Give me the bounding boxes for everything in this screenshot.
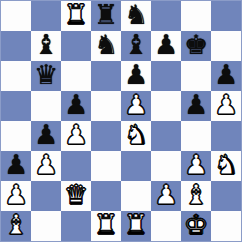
- square-a1[interactable]: ♝: [1, 211, 31, 241]
- square-f8[interactable]: [151, 1, 181, 31]
- square-c7[interactable]: [61, 31, 91, 61]
- square-d8[interactable]: ♜: [91, 1, 121, 31]
- piece-black-pawn[interactable]: ♟: [154, 31, 178, 60]
- chess-board-container: ♜♜♞♝♞♝♟♚♛♟♟♟♟♟♟♟♟♞♟♟♟♞♟♛♟♝♝♜♜♚: [0, 0, 242, 242]
- piece-white-rook[interactable]: ♜: [124, 211, 148, 240]
- piece-white-bishop[interactable]: ♝: [4, 211, 28, 240]
- square-a3[interactable]: ♟: [1, 151, 31, 181]
- square-f4[interactable]: [151, 121, 181, 151]
- piece-black-king[interactable]: ♚: [184, 31, 208, 60]
- piece-black-knight[interactable]: ♞: [94, 31, 118, 60]
- piece-white-king[interactable]: ♚: [184, 211, 208, 240]
- piece-white-bishop[interactable]: ♝: [184, 181, 208, 210]
- square-g8[interactable]: [181, 1, 211, 31]
- square-e6[interactable]: ♟: [121, 61, 151, 91]
- piece-black-pawn[interactable]: ♟: [214, 61, 238, 90]
- piece-white-pawn[interactable]: ♟: [154, 181, 178, 210]
- square-a5[interactable]: [1, 91, 31, 121]
- square-a4[interactable]: [1, 121, 31, 151]
- piece-white-pawn[interactable]: ♟: [4, 181, 28, 210]
- square-h2[interactable]: [211, 181, 241, 211]
- piece-white-queen[interactable]: ♛: [64, 181, 88, 210]
- square-e3[interactable]: [121, 151, 151, 181]
- square-h5[interactable]: ♟: [211, 91, 241, 121]
- piece-white-rook[interactable]: ♜: [94, 211, 118, 240]
- square-b7[interactable]: ♝: [31, 31, 61, 61]
- piece-black-queen[interactable]: ♛: [34, 61, 58, 90]
- piece-white-pawn[interactable]: ♟: [184, 151, 208, 180]
- square-b6[interactable]: ♛: [31, 61, 61, 91]
- square-d7[interactable]: ♞: [91, 31, 121, 61]
- square-g6[interactable]: [181, 61, 211, 91]
- piece-white-rook[interactable]: ♜: [64, 1, 88, 30]
- piece-white-pawn[interactable]: ♟: [34, 151, 58, 180]
- piece-white-knight[interactable]: ♞: [214, 151, 238, 180]
- piece-black-bishop[interactable]: ♝: [34, 31, 58, 60]
- square-g3[interactable]: ♟: [181, 151, 211, 181]
- square-c5[interactable]: ♟: [61, 91, 91, 121]
- square-h8[interactable]: [211, 1, 241, 31]
- square-c8[interactable]: ♜: [61, 1, 91, 31]
- square-b2[interactable]: [31, 181, 61, 211]
- piece-black-pawn[interactable]: ♟: [184, 91, 208, 120]
- square-f6[interactable]: [151, 61, 181, 91]
- square-c6[interactable]: [61, 61, 91, 91]
- square-c2[interactable]: ♛: [61, 181, 91, 211]
- square-h7[interactable]: [211, 31, 241, 61]
- square-d1[interactable]: ♜: [91, 211, 121, 241]
- square-a6[interactable]: [1, 61, 31, 91]
- piece-black-bishop[interactable]: ♝: [124, 31, 148, 60]
- square-h3[interactable]: ♞: [211, 151, 241, 181]
- square-h4[interactable]: [211, 121, 241, 151]
- square-f2[interactable]: ♟: [151, 181, 181, 211]
- piece-white-pawn[interactable]: ♟: [214, 91, 238, 120]
- piece-black-pawn[interactable]: ♟: [4, 151, 28, 180]
- square-b3[interactable]: ♟: [31, 151, 61, 181]
- square-f7[interactable]: ♟: [151, 31, 181, 61]
- square-d6[interactable]: [91, 61, 121, 91]
- square-e2[interactable]: [121, 181, 151, 211]
- piece-black-pawn[interactable]: ♟: [34, 121, 58, 150]
- square-e8[interactable]: ♞: [121, 1, 151, 31]
- square-g4[interactable]: [181, 121, 211, 151]
- square-b1[interactable]: [31, 211, 61, 241]
- square-b8[interactable]: [31, 1, 61, 31]
- piece-white-pawn[interactable]: ♟: [124, 91, 148, 120]
- piece-white-knight[interactable]: ♞: [124, 121, 148, 150]
- square-d4[interactable]: [91, 121, 121, 151]
- piece-black-knight[interactable]: ♞: [124, 1, 148, 30]
- square-d2[interactable]: [91, 181, 121, 211]
- square-a2[interactable]: ♟: [1, 181, 31, 211]
- square-d5[interactable]: [91, 91, 121, 121]
- square-e7[interactable]: ♝: [121, 31, 151, 61]
- square-f1[interactable]: [151, 211, 181, 241]
- chess-board: ♜♜♞♝♞♝♟♚♛♟♟♟♟♟♟♟♟♞♟♟♟♞♟♛♟♝♝♜♜♚: [0, 0, 242, 242]
- square-c1[interactable]: [61, 211, 91, 241]
- square-e4[interactable]: ♞: [121, 121, 151, 151]
- piece-white-pawn[interactable]: ♟: [64, 121, 88, 150]
- square-d3[interactable]: [91, 151, 121, 181]
- square-g7[interactable]: ♚: [181, 31, 211, 61]
- square-c3[interactable]: [61, 151, 91, 181]
- piece-black-pawn[interactable]: ♟: [124, 61, 148, 90]
- square-c4[interactable]: ♟: [61, 121, 91, 151]
- square-g2[interactable]: ♝: [181, 181, 211, 211]
- square-h6[interactable]: ♟: [211, 61, 241, 91]
- square-b5[interactable]: [31, 91, 61, 121]
- square-e5[interactable]: ♟: [121, 91, 151, 121]
- square-h1[interactable]: [211, 211, 241, 241]
- square-b4[interactable]: ♟: [31, 121, 61, 151]
- square-g5[interactable]: ♟: [181, 91, 211, 121]
- piece-black-pawn[interactable]: ♟: [64, 91, 88, 120]
- square-e1[interactable]: ♜: [121, 211, 151, 241]
- square-g1[interactable]: ♚: [181, 211, 211, 241]
- square-a8[interactable]: [1, 1, 31, 31]
- square-a7[interactable]: [1, 31, 31, 61]
- square-f3[interactable]: [151, 151, 181, 181]
- piece-black-rook[interactable]: ♜: [94, 1, 118, 30]
- square-f5[interactable]: [151, 91, 181, 121]
